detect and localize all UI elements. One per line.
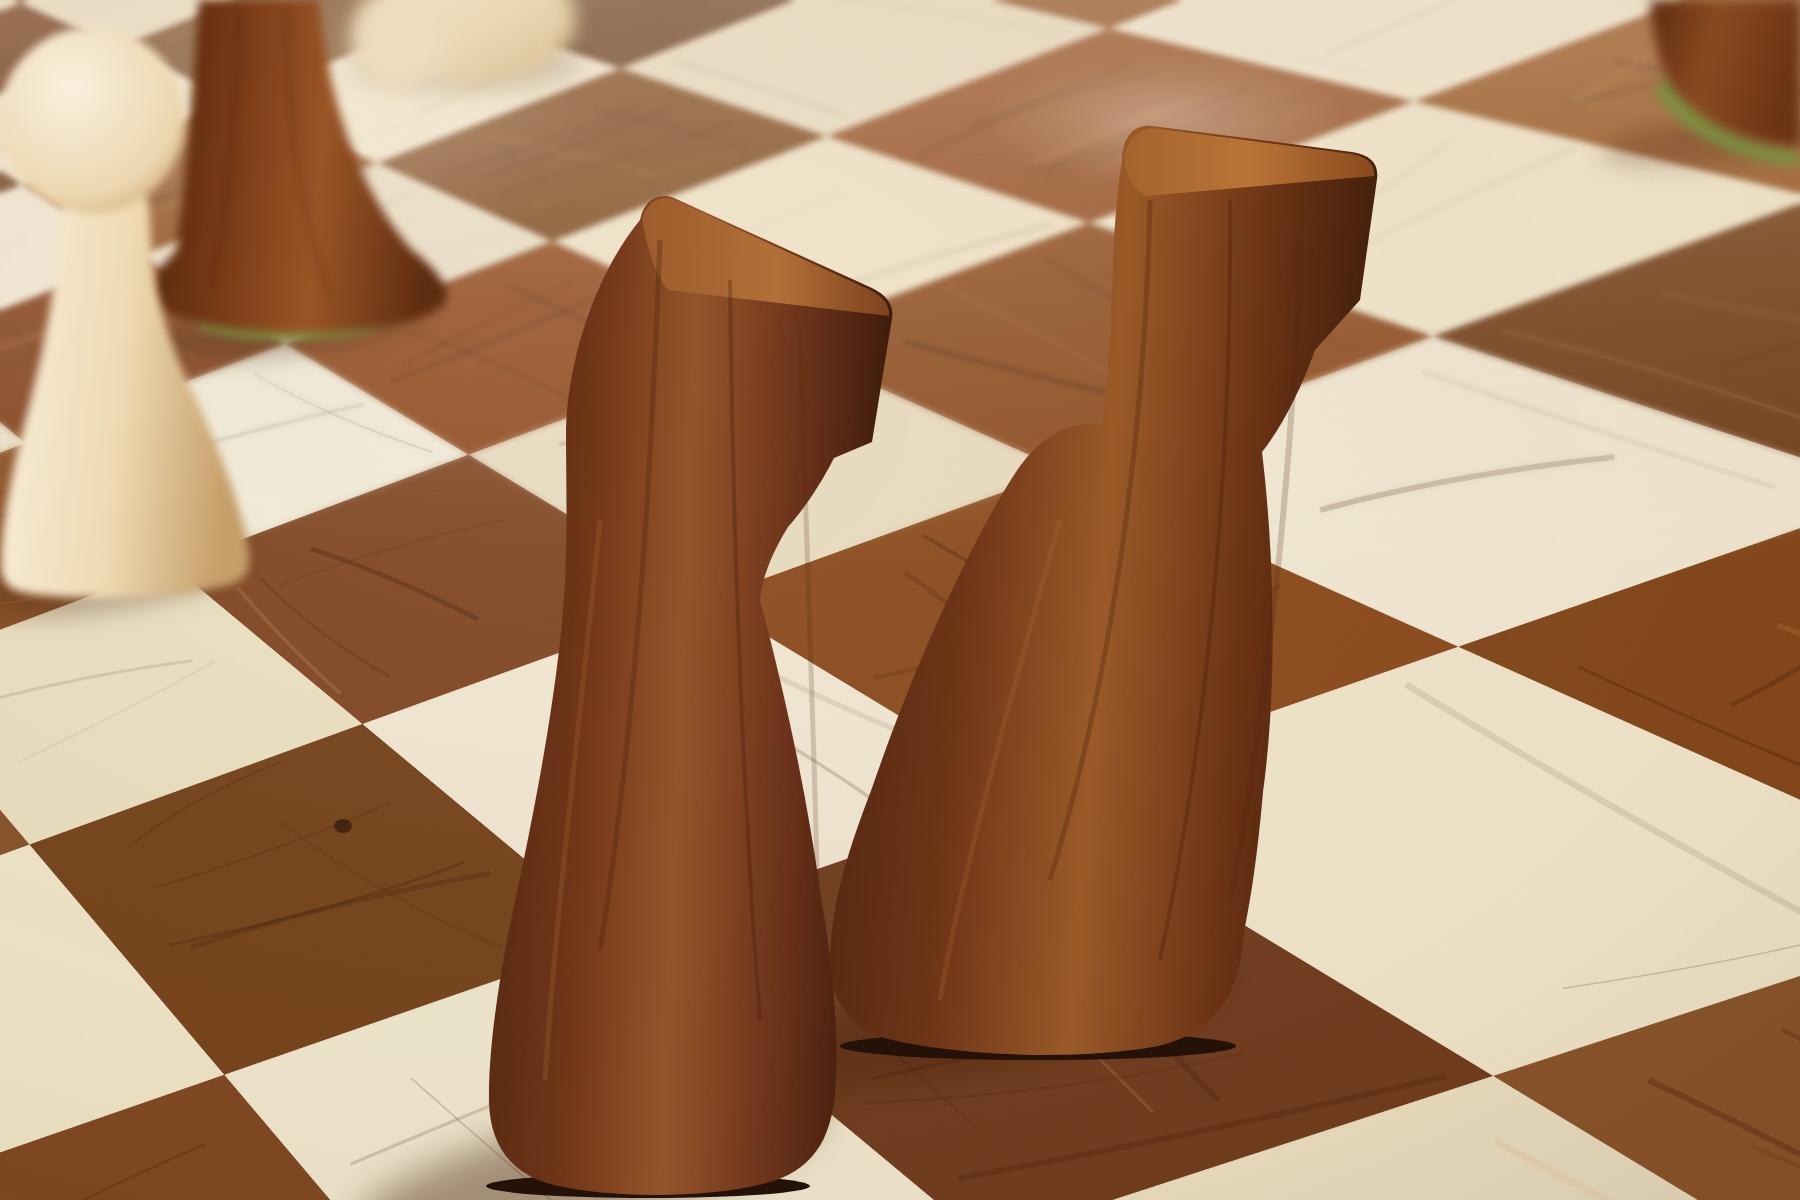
- chess-photo-stage: [0, 0, 1800, 1200]
- partial-dark-pawn: [1615, 0, 1800, 170]
- wood-knot: [334, 819, 352, 833]
- black-knight-left: [430, 195, 930, 1200]
- white-pawn: [0, 15, 265, 605]
